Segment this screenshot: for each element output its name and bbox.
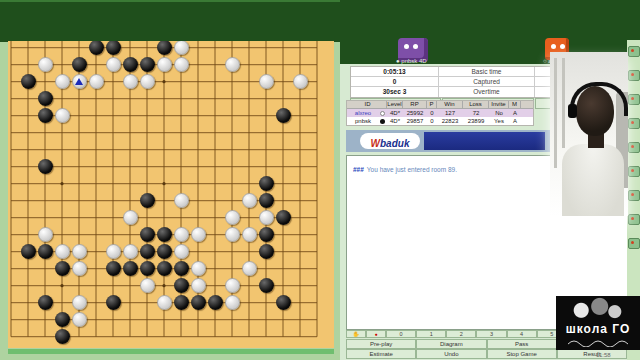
timer-cell: Overtime <box>439 87 535 97</box>
white-stone <box>140 278 155 293</box>
white-stone <box>242 261 257 276</box>
white-stone <box>72 295 87 310</box>
hand-icon[interactable]: ✋ <box>346 330 366 338</box>
black-stone <box>208 295 223 310</box>
toolbar-number-0[interactable]: 0 <box>386 330 416 338</box>
black-stone <box>55 329 70 344</box>
black-stone <box>157 227 172 242</box>
toolbar-number-1[interactable]: 1 <box>416 330 446 338</box>
last-move-marker <box>75 78 83 85</box>
white-stone <box>191 227 206 242</box>
webcam-background-streak <box>554 58 557 168</box>
black-stone <box>259 193 274 208</box>
column-header[interactable]: RP <box>403 101 427 108</box>
player-table-cell: 72 <box>463 109 489 117</box>
white-stone <box>123 74 138 89</box>
black-stone <box>140 244 155 259</box>
player-table-cell: A <box>509 109 521 117</box>
chat-message-prefix: ### <box>353 166 364 173</box>
lobby-toolbar-icon[interactable] <box>628 142 640 153</box>
black-stone <box>174 295 189 310</box>
player-table-cell: 127 <box>437 109 463 117</box>
player-table-cell: 0 <box>427 117 437 125</box>
white-stone <box>174 244 189 259</box>
white-stone <box>225 227 240 242</box>
player-table-cell: A <box>509 117 521 125</box>
black-stone <box>38 91 53 106</box>
black-stone <box>157 244 172 259</box>
white-stone <box>123 244 138 259</box>
black-stone <box>191 295 206 310</box>
black-stone <box>140 261 155 276</box>
webcam-headphones <box>570 82 628 116</box>
black-stone <box>106 41 121 55</box>
timer-cell: 0:05:13 <box>351 67 439 76</box>
white-stone <box>242 227 257 242</box>
white-stone-icon <box>380 111 385 116</box>
black-stone <box>106 295 121 310</box>
lobby-toolbar-icon[interactable] <box>628 214 640 225</box>
black-stone <box>259 278 274 293</box>
lobby-toolbar-icon[interactable] <box>628 46 640 57</box>
logo-signature-squiggle <box>566 339 630 347</box>
lobby-toolbar-icon[interactable] <box>628 70 640 81</box>
white-stone <box>38 57 53 72</box>
black-stone <box>259 227 274 242</box>
ad-banner[interactable] <box>424 132 545 150</box>
black-stone <box>123 261 138 276</box>
player-table-header: IDLevelRPPWinLossInviteM <box>347 101 533 109</box>
white-stone <box>72 312 87 327</box>
player-id: pnbsk <box>347 117 377 125</box>
black-stone <box>174 278 189 293</box>
go-school-logo: школа ГО <box>556 296 640 350</box>
webcam-person-shirt <box>562 144 624 216</box>
column-header[interactable]: M <box>509 101 521 108</box>
black-stone <box>89 41 104 55</box>
white-stone <box>55 244 70 259</box>
lobby-toolbar-icon[interactable] <box>628 190 640 201</box>
white-stone <box>157 57 172 72</box>
white-stone <box>72 244 87 259</box>
diagram-button[interactable]: Diagram <box>416 339 486 349</box>
white-stone <box>55 108 70 123</box>
black-stone <box>21 244 36 259</box>
black-stone <box>140 193 155 208</box>
black-stone <box>55 261 70 276</box>
button-row: EstimateUndoStop GameResult <box>346 349 627 359</box>
black-stone <box>38 108 53 123</box>
wbaduk-logo-box: Wbaduk <box>360 133 420 149</box>
white-stone <box>55 74 70 89</box>
black-stone <box>72 57 87 72</box>
white-stone <box>293 74 308 89</box>
result-button[interactable]: Result <box>557 349 627 359</box>
undo-button[interactable]: Undo <box>416 349 486 359</box>
white-stone <box>191 278 206 293</box>
toolbar-number-3[interactable]: 3 <box>476 330 506 338</box>
white-stone <box>72 261 87 276</box>
black-stone <box>55 312 70 327</box>
estimate-button[interactable]: Estimate <box>346 349 416 359</box>
player-table-cell: 4D* <box>387 117 403 125</box>
player-table[interactable]: IDLevelRPPWinLossInviteMalxreo4D*2599201… <box>346 100 534 126</box>
player-table-cell: 25992 <box>403 109 427 117</box>
black-stone <box>123 57 138 72</box>
column-header[interactable]: Level <box>387 101 403 108</box>
column-header[interactable]: ID <box>347 101 387 108</box>
black-stone <box>276 295 291 310</box>
black-stone <box>276 210 291 225</box>
black-stone <box>106 261 121 276</box>
player-table-cell: 29857 <box>403 117 427 125</box>
webcam-window[interactable] <box>550 52 628 216</box>
white-stone <box>140 74 155 89</box>
black-stone <box>259 176 274 191</box>
wbaduk-logo: Wbaduk <box>371 138 410 149</box>
player-table-cell: No <box>489 109 509 117</box>
black-stone <box>259 244 274 259</box>
record-dot-icon[interactable]: ● <box>366 330 386 338</box>
toolbar-number-2[interactable]: 2 <box>446 330 476 338</box>
white-stone <box>225 210 240 225</box>
white-stone <box>106 57 121 72</box>
player-table-cell: Yes <box>489 117 509 125</box>
white-stone <box>89 74 104 89</box>
chat-message-text: You have just entered room 89. <box>367 166 457 173</box>
lobby-toolbar-icon[interactable] <box>628 118 640 129</box>
timer-cell: 0 <box>351 77 439 86</box>
black-stone <box>21 74 36 89</box>
timer-cell: Basic time <box>439 67 535 76</box>
status-time: 11:58 <box>596 352 611 358</box>
timer-cell: Captured <box>439 77 535 86</box>
column-header[interactable]: Loss <box>463 101 489 108</box>
player-table-cell: 23899 <box>463 117 489 125</box>
player-table-cell: 22823 <box>437 117 463 125</box>
player-id: alxreo <box>347 109 377 117</box>
white-stone <box>259 74 274 89</box>
lobby-toolbar-icon[interactable] <box>628 94 640 105</box>
column-header[interactable]: Invite <box>489 101 509 108</box>
black-stone <box>276 108 291 123</box>
column-header[interactable]: P <box>427 101 437 108</box>
white-stone <box>174 41 189 55</box>
white-stone <box>174 193 189 208</box>
player-table-cell: 0 <box>427 109 437 117</box>
white-stone <box>106 244 121 259</box>
webcam-headphone-earcup <box>568 104 577 118</box>
white-stone <box>225 278 240 293</box>
player-table-row[interactable]: alxreo4D*25992012772NoA <box>347 109 533 117</box>
go-board[interactable] <box>8 41 334 348</box>
white-stone <box>191 261 206 276</box>
pre-play-button[interactable]: Pre-play <box>346 339 416 349</box>
lobby-toolbar-icon[interactable] <box>628 166 640 177</box>
black-stone <box>174 261 189 276</box>
logo-text: школа ГО <box>556 322 640 336</box>
toolbar-number-4[interactable]: 4 <box>507 330 537 338</box>
white-stone <box>225 57 240 72</box>
black-player-name: ● pnbsk 4D <box>396 58 427 64</box>
black-stone <box>38 244 53 259</box>
wbaduk-game-window: ● pnbsk 4D ○ alxreo 4D 0:05:13Basic time… <box>0 0 640 360</box>
logo-photo <box>556 296 640 322</box>
timer-cell: 30sec 3 <box>351 87 439 97</box>
player-table-row[interactable]: pnbsk4D*2985702282323899YesA <box>347 117 533 125</box>
black-stone <box>140 227 155 242</box>
white-stone <box>123 210 138 225</box>
webcam-background-streak <box>562 58 565 148</box>
black-stone <box>140 57 155 72</box>
black-stone <box>157 41 172 55</box>
white-stone <box>259 210 274 225</box>
white-stone <box>174 57 189 72</box>
column-header[interactable]: Win <box>437 101 463 108</box>
white-stone <box>174 227 189 242</box>
white-stone <box>38 227 53 242</box>
black-stone <box>38 159 53 174</box>
black-stone <box>38 295 53 310</box>
white-stone <box>242 193 257 208</box>
black-stone <box>157 261 172 276</box>
black-stone-icon <box>380 119 385 124</box>
white-stone <box>157 295 172 310</box>
white-stone <box>225 295 240 310</box>
board-bottom-band <box>8 349 334 354</box>
stop-game-button[interactable]: Stop Game <box>487 349 557 359</box>
pass-button[interactable]: Pass <box>487 339 557 349</box>
lobby-toolbar-icon[interactable] <box>628 238 640 249</box>
player-table-cell: 4D* <box>387 109 403 117</box>
